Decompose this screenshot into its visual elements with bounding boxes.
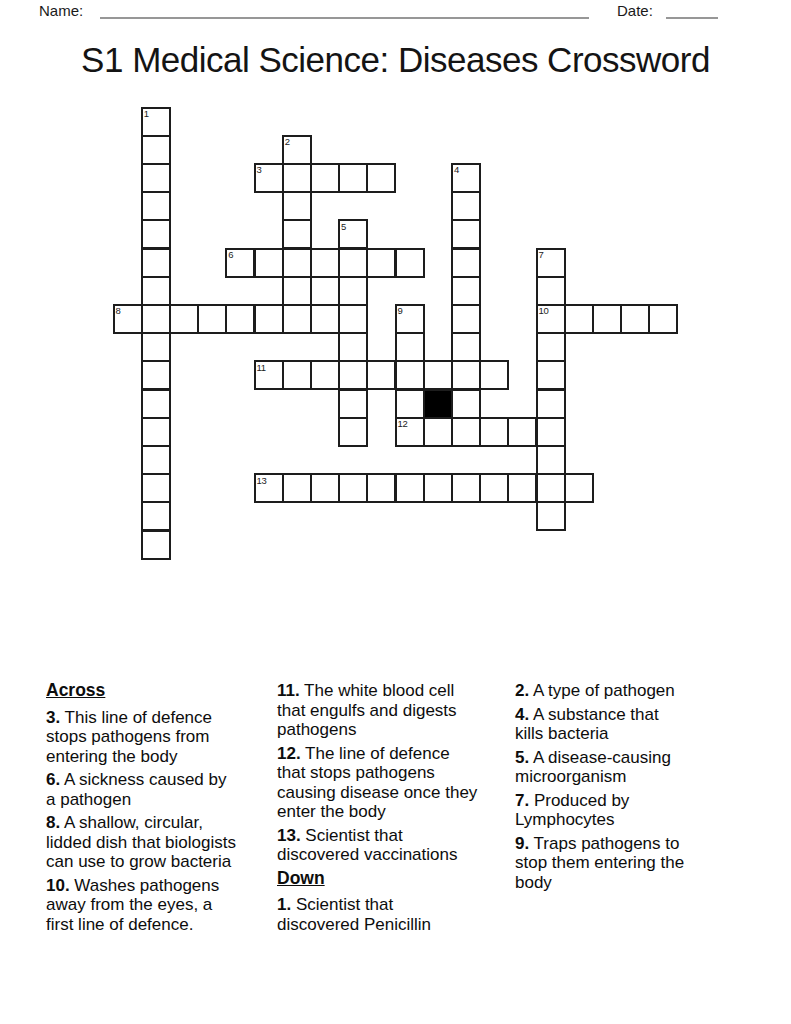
grid-cell[interactable] xyxy=(282,219,312,249)
grid-cell[interactable] xyxy=(338,276,368,306)
grid-cell[interactable] xyxy=(338,248,368,278)
grid-cell[interactable] xyxy=(479,360,509,390)
grid-cell[interactable] xyxy=(451,389,481,419)
grid-cell[interactable] xyxy=(282,304,312,334)
grid-cell[interactable] xyxy=(282,360,312,390)
grid-cell[interactable] xyxy=(564,304,594,334)
cell-clue-number: 13 xyxy=(257,476,267,486)
grid-cell[interactable] xyxy=(141,248,171,278)
grid-cell[interactable] xyxy=(310,248,340,278)
clue-2-down: 2. A type of pathogen xyxy=(515,681,730,701)
grid-cell[interactable] xyxy=(141,191,171,221)
clues-column-2: 11. The white blood cell that engulfs an… xyxy=(277,681,511,938)
clue-text: This line of defence stops pathogens fro… xyxy=(46,708,212,766)
grid-cell[interactable] xyxy=(225,304,255,334)
cell-clue-number: 8 xyxy=(116,306,121,316)
grid-cell[interactable] xyxy=(141,135,171,165)
cell-clue-number: 9 xyxy=(398,306,403,316)
grid-cell[interactable] xyxy=(338,332,368,362)
clue-text: A sickness caused by a pathogen xyxy=(46,770,227,809)
grid-cell[interactable] xyxy=(141,501,171,531)
grid-cell[interactable] xyxy=(423,360,453,390)
date-writein-line xyxy=(666,17,718,19)
grid-cell[interactable] xyxy=(395,332,425,362)
clue-text: The white blood cell that engulfs and di… xyxy=(277,681,457,739)
grid-cell[interactable] xyxy=(310,304,340,334)
grid-cell[interactable] xyxy=(507,473,537,503)
clue-8-across: 8. A shallow, circular, lidded dish that… xyxy=(46,813,278,872)
grid-cell[interactable] xyxy=(451,219,481,249)
grid-cell[interactable] xyxy=(592,304,622,334)
cell-clue-number: 11 xyxy=(257,363,266,373)
page-title: S1 Medical Science: Diseases Crossword xyxy=(0,40,791,80)
clue-text: Washes pathogens away from the eyes, a f… xyxy=(46,876,219,934)
grid-cell[interactable] xyxy=(564,473,594,503)
clue-9-down: 9. Traps pathogens to stop them entering… xyxy=(515,834,730,893)
grid-cell[interactable] xyxy=(338,389,368,419)
grid-cell[interactable] xyxy=(536,332,566,362)
grid-cell[interactable] xyxy=(536,445,566,475)
clue-text: Produced by Lymphocytes xyxy=(515,791,629,830)
cell-clue-number: 3 xyxy=(257,165,262,175)
crossword-grid: 12345678910111213 xyxy=(114,108,678,559)
clue-10-across: 10. Washes pathogens away from the eyes,… xyxy=(46,876,278,935)
name-label: Name: xyxy=(39,2,83,19)
grid-cell[interactable] xyxy=(536,473,566,503)
worksheet-page: Name: Date: S1 Medical Science: Diseases… xyxy=(0,0,791,1024)
cell-clue-number: 2 xyxy=(285,137,290,147)
clue-text: A disease-causing microorganism xyxy=(515,748,671,787)
clue-text: The line of defence that stops pathogens… xyxy=(277,744,477,822)
clue-text: A substance that kills bacteria xyxy=(515,705,659,744)
grid-cell[interactable] xyxy=(536,501,566,531)
grid-cell[interactable] xyxy=(338,360,368,390)
clue-4-down: 4. A substance that kills bacteria xyxy=(515,705,730,744)
grid-cell[interactable] xyxy=(423,473,453,503)
grid-cell[interactable] xyxy=(507,417,537,447)
grid-cell[interactable] xyxy=(310,360,340,390)
grid-cell[interactable] xyxy=(338,163,368,193)
grid-cell[interactable] xyxy=(451,473,481,503)
grid-cell[interactable] xyxy=(648,304,678,334)
clue-text: A shallow, circular, lidded dish that bi… xyxy=(46,813,236,871)
grid-cell[interactable] xyxy=(282,163,312,193)
clue-number: 9. xyxy=(515,834,529,853)
grid-cell[interactable] xyxy=(620,304,650,334)
grid-cell[interactable] xyxy=(536,389,566,419)
clue-number: 2. xyxy=(515,681,529,700)
grid-cell[interactable] xyxy=(141,219,171,249)
grid-cell[interactable] xyxy=(338,304,368,334)
clue-11-across: 11. The white blood cell that engulfs an… xyxy=(277,681,511,740)
grid-cell[interactable] xyxy=(254,248,284,278)
grid-cell[interactable] xyxy=(169,304,199,334)
clue-number: 12. xyxy=(277,744,301,763)
grid-cell[interactable] xyxy=(141,360,171,390)
grid-cell[interactable] xyxy=(395,473,425,503)
grid-cell[interactable] xyxy=(451,332,481,362)
grid-cell[interactable] xyxy=(536,360,566,390)
date-label: Date: xyxy=(617,2,653,19)
grid-cell[interactable] xyxy=(451,248,481,278)
grid-cell[interactable] xyxy=(395,248,425,278)
grid-cell[interactable] xyxy=(451,276,481,306)
grid-cell[interactable] xyxy=(141,445,171,475)
clue-number: 1. xyxy=(277,895,291,914)
clue-text: Scientist that discovered vaccinations xyxy=(277,826,457,865)
grid-cell[interactable] xyxy=(338,417,368,447)
grid-cell[interactable] xyxy=(451,191,481,221)
clue-1-down: 1. Scientist that discovered Penicillin xyxy=(277,895,511,934)
grid-cell[interactable] xyxy=(282,191,312,221)
grid-cell[interactable] xyxy=(141,276,171,306)
clue-6-across: 6. A sickness caused by a pathogen xyxy=(46,770,278,809)
grid-cell[interactable] xyxy=(141,332,171,362)
grid-cell[interactable] xyxy=(479,473,509,503)
grid-cell[interactable] xyxy=(536,276,566,306)
clue-text: A type of pathogen xyxy=(529,681,675,700)
clue-number: 7. xyxy=(515,791,529,810)
clue-number: 13. xyxy=(277,826,301,845)
cell-clue-number: 6 xyxy=(228,250,233,260)
grid-cell[interactable] xyxy=(451,304,481,334)
grid-cell[interactable] xyxy=(141,389,171,419)
clue-number: 11. xyxy=(277,681,300,700)
clue-13-across: 13. Scientist that discovered vaccinatio… xyxy=(277,826,511,865)
cell-clue-number: 12 xyxy=(398,419,408,429)
grid-cell[interactable] xyxy=(197,304,227,334)
grid-cell[interactable] xyxy=(451,360,481,390)
clues-column-3: 2. A type of pathogen 4. A substance tha… xyxy=(515,681,730,896)
clue-3-across: 3. This line of defence stops pathogens … xyxy=(46,708,278,767)
grid-cell[interactable] xyxy=(395,360,425,390)
grid-cell[interactable] xyxy=(141,304,171,334)
clue-number: 8. xyxy=(46,813,60,832)
clue-text: Traps pathogens to stop them entering th… xyxy=(515,834,684,892)
grid-cell[interactable] xyxy=(366,473,396,503)
clue-5-down: 5. A disease-causing microorganism xyxy=(515,748,730,787)
black-cell xyxy=(423,389,453,419)
clue-text: Scientist that discovered Penicillin xyxy=(277,895,431,934)
clue-number: 4. xyxy=(515,705,529,724)
grid-cell[interactable] xyxy=(254,304,284,334)
clue-number: 5. xyxy=(515,748,529,767)
grid-cell[interactable] xyxy=(536,417,566,447)
heading-across: Across xyxy=(46,681,278,701)
name-writein-line xyxy=(100,17,589,19)
grid-cell[interactable] xyxy=(479,417,509,447)
cell-clue-number: 4 xyxy=(454,165,459,175)
cell-clue-number: 7 xyxy=(539,250,544,260)
grid-cell[interactable] xyxy=(282,473,312,503)
cell-clue-number: 10 xyxy=(539,306,549,316)
clue-number: 6. xyxy=(46,770,60,789)
grid-cell[interactable] xyxy=(366,360,396,390)
grid-cell[interactable] xyxy=(395,389,425,419)
clues-column-1: Across 3. This line of defence stops pat… xyxy=(46,681,278,938)
heading-down: Down xyxy=(277,869,511,889)
clue-7-down: 7. Produced by Lymphocytes xyxy=(515,791,730,830)
clue-number: 3. xyxy=(46,708,60,727)
grid-cell[interactable] xyxy=(338,473,368,503)
grid-cell[interactable] xyxy=(282,276,312,306)
grid-cell[interactable] xyxy=(141,163,171,193)
grid-cell[interactable] xyxy=(282,248,312,278)
grid-cell[interactable] xyxy=(141,417,171,447)
grid-cell[interactable] xyxy=(366,248,396,278)
grid-cell[interactable] xyxy=(310,163,340,193)
clue-12-across: 12. The line of defence that stops patho… xyxy=(277,744,511,822)
grid-cell[interactable] xyxy=(141,473,171,503)
cell-clue-number: 1 xyxy=(144,109,149,119)
grid-cell[interactable] xyxy=(310,473,340,503)
clue-number: 10. xyxy=(46,876,70,895)
cell-clue-number: 5 xyxy=(341,222,346,232)
grid-cell[interactable] xyxy=(366,163,396,193)
grid-cell[interactable] xyxy=(141,530,171,560)
grid-cell[interactable] xyxy=(423,417,453,447)
grid-cell[interactable] xyxy=(451,417,481,447)
